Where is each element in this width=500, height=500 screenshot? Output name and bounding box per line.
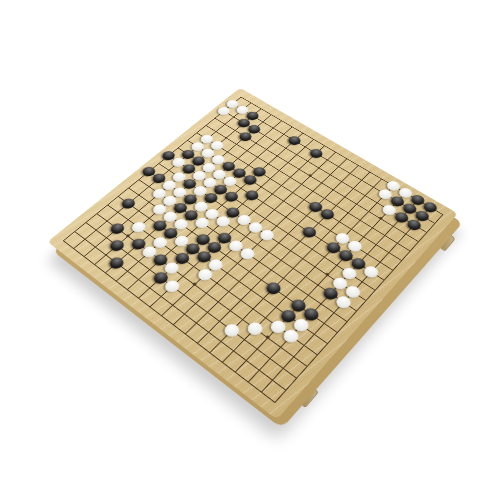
star-point	[125, 234, 130, 238]
black-stone	[300, 224, 319, 239]
black-stone	[107, 255, 126, 271]
star-point	[378, 216, 383, 220]
white-stone	[245, 319, 265, 337]
black-stone	[264, 280, 284, 296]
star-point	[308, 174, 313, 178]
go-board	[47, 88, 457, 420]
black-stone	[119, 196, 137, 210]
black-stone	[243, 188, 261, 202]
black-stone	[107, 238, 126, 253]
white-stone	[222, 321, 242, 339]
star-point	[265, 335, 270, 340]
black-stone	[286, 134, 303, 146]
go-grid-19x19	[63, 97, 444, 403]
black-stone	[308, 147, 325, 160]
black-stone	[108, 221, 127, 236]
star-point	[192, 282, 197, 286]
star-point	[325, 272, 330, 276]
product-photo-scene	[0, 0, 500, 500]
white-stone	[129, 219, 148, 234]
